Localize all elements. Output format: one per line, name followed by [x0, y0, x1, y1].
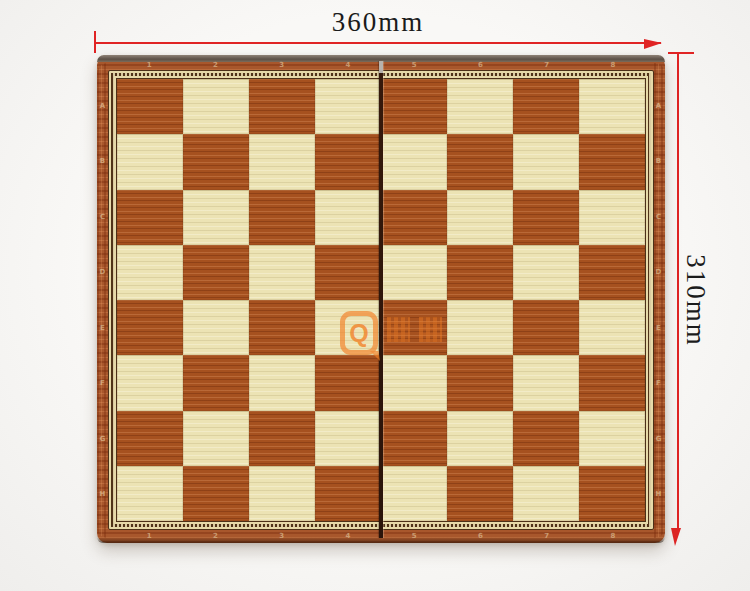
- coordinate-label: 1: [116, 60, 182, 69]
- board-square: [249, 411, 315, 466]
- board-square: [315, 134, 381, 189]
- dimension-height-top-tick: [668, 52, 694, 54]
- coordinate-label: 4: [315, 60, 381, 69]
- coordinate-label: F: [98, 356, 107, 412]
- coordinate-label: G: [654, 411, 663, 467]
- board-square: [447, 79, 513, 134]
- coordinate-label: B: [98, 134, 107, 190]
- board-square: [117, 134, 183, 189]
- board-square: [117, 300, 183, 355]
- board-square: [249, 300, 315, 355]
- board-square: [183, 190, 249, 245]
- coordinate-label: C: [654, 189, 663, 245]
- dimension-width-line: [95, 42, 661, 44]
- board-square: [249, 466, 315, 521]
- board-square: [447, 134, 513, 189]
- board-square: [117, 190, 183, 245]
- board-square: [381, 411, 447, 466]
- board-square: [183, 355, 249, 410]
- board-square: [447, 355, 513, 410]
- board-square: [249, 134, 315, 189]
- board-square: [513, 411, 579, 466]
- coordinate-label: G: [98, 411, 107, 467]
- board-square: [579, 355, 645, 410]
- watermark-glyph-icon: [387, 317, 410, 342]
- coords-left: ABCDEFGH: [98, 78, 107, 522]
- coordinate-label: 8: [580, 60, 646, 69]
- board-square: [117, 79, 183, 134]
- board-square: [315, 190, 381, 245]
- board-square: [183, 79, 249, 134]
- board-square: [447, 245, 513, 300]
- coordinate-label: 5: [381, 60, 447, 69]
- coordinate-label: A: [98, 78, 107, 134]
- board-square: [315, 355, 381, 410]
- watermark-glyph-icon: [419, 317, 442, 342]
- coordinate-label: 6: [447, 60, 513, 69]
- board-square: [513, 190, 579, 245]
- board-square: [579, 466, 645, 521]
- board-square: [579, 134, 645, 189]
- chess-board: 12345678 12345678 ABCDEFGH ABCDEFGH Q: [97, 55, 665, 543]
- board-square: [183, 300, 249, 355]
- board-bottom-edge: [97, 537, 665, 543]
- board-square: [513, 300, 579, 355]
- coordinate-label: D: [654, 245, 663, 301]
- board-square: [117, 245, 183, 300]
- watermark: Q: [340, 311, 442, 355]
- board-square: [513, 79, 579, 134]
- board-square: [117, 411, 183, 466]
- board-square: [579, 300, 645, 355]
- board-square: [183, 134, 249, 189]
- board-square: [315, 79, 381, 134]
- coordinate-label: B: [654, 134, 663, 190]
- coordinate-label: F: [654, 356, 663, 412]
- board-square: [513, 466, 579, 521]
- coordinate-label: A: [654, 78, 663, 134]
- board-square: [183, 245, 249, 300]
- board-square: [381, 466, 447, 521]
- board-square: [117, 355, 183, 410]
- dimension-width-arrowhead: [644, 39, 662, 49]
- board-square: [249, 79, 315, 134]
- board-square: [513, 355, 579, 410]
- board-square: [249, 355, 315, 410]
- dimension-height-arrowhead: [671, 528, 681, 546]
- board-square: [315, 245, 381, 300]
- board-square: [579, 79, 645, 134]
- board-square: [579, 190, 645, 245]
- board-square: [447, 411, 513, 466]
- board-square: [249, 245, 315, 300]
- board-square: [513, 134, 579, 189]
- board-square: [183, 466, 249, 521]
- coordinate-label: H: [654, 467, 663, 523]
- coords-right: ABCDEFGH: [654, 78, 663, 522]
- coordinate-label: 7: [514, 60, 580, 69]
- fold-seam: [379, 61, 383, 538]
- board-square: [447, 466, 513, 521]
- board-square: [447, 300, 513, 355]
- coordinate-label: D: [98, 245, 107, 301]
- coordinate-label: 3: [249, 60, 315, 69]
- board-square: [579, 245, 645, 300]
- board-square: [381, 79, 447, 134]
- watermark-q-logo-icon: Q: [340, 311, 378, 355]
- board-square: [381, 190, 447, 245]
- coordinate-label: E: [98, 300, 107, 356]
- board-square: [117, 466, 183, 521]
- board-square: [579, 411, 645, 466]
- board-square: [447, 190, 513, 245]
- board-square: [381, 245, 447, 300]
- board-square: [315, 466, 381, 521]
- product-photo: 360mm 310mm 12345678 12345678 ABCDEFGH A…: [0, 0, 750, 591]
- board-square: [513, 245, 579, 300]
- dimension-height-line: [677, 53, 679, 530]
- dimension-width-label: 360mm: [278, 7, 478, 38]
- dimension-width-left-tick: [94, 31, 96, 53]
- coordinate-label: C: [98, 189, 107, 245]
- board-square: [315, 411, 381, 466]
- dimension-height-label: 310mm: [682, 251, 709, 351]
- board-square: [249, 190, 315, 245]
- board-square: [183, 411, 249, 466]
- board-square: [381, 355, 447, 410]
- coordinate-label: 2: [182, 60, 248, 69]
- coordinate-label: H: [98, 467, 107, 523]
- coordinate-label: E: [654, 300, 663, 356]
- board-square: [381, 134, 447, 189]
